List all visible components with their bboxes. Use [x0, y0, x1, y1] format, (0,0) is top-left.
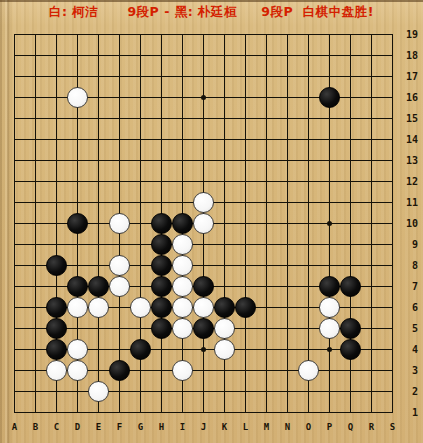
- col-label-D: D: [67, 422, 88, 432]
- stone-white-F8: [109, 255, 130, 276]
- row-label-14: 14: [396, 134, 418, 145]
- go-board-window: 白: 柯洁 9段P - 黑: 朴廷桓 9段P 白棋中盘胜! ABCDEFGHIJ…: [0, 0, 423, 443]
- col-label-M: M: [256, 422, 277, 432]
- row-label-16: 16: [396, 92, 418, 103]
- row-label-15: 15: [396, 113, 418, 124]
- row-label-3: 3: [396, 365, 418, 376]
- stone-black-E7: [88, 276, 109, 297]
- stone-white-P5: [319, 318, 340, 339]
- col-label-R: R: [361, 422, 382, 432]
- stone-black-C8: [46, 255, 67, 276]
- stone-black-Q7: [340, 276, 361, 297]
- row-label-7: 7: [396, 281, 418, 292]
- stone-black-P7: [319, 276, 340, 297]
- col-label-G: G: [130, 422, 151, 432]
- stone-white-I3: [172, 360, 193, 381]
- row-label-2: 2: [396, 386, 418, 397]
- board-wood-grain: [0, 0, 12, 443]
- stone-white-K4: [214, 339, 235, 360]
- stone-black-L6: [235, 297, 256, 318]
- row-label-4: 4: [396, 344, 418, 355]
- stone-white-D16: [67, 87, 88, 108]
- stone-white-E2: [88, 381, 109, 402]
- stone-white-D3: [67, 360, 88, 381]
- stone-white-G6: [130, 297, 151, 318]
- star-point: [201, 95, 206, 100]
- stone-white-I6: [172, 297, 193, 318]
- row-label-5: 5: [396, 323, 418, 334]
- row-label-19: 19: [396, 29, 418, 40]
- stone-white-F7: [109, 276, 130, 297]
- col-label-S: S: [382, 422, 403, 432]
- col-label-Q: Q: [340, 422, 361, 432]
- stone-black-H5: [151, 318, 172, 339]
- stone-white-I7: [172, 276, 193, 297]
- board-grid[interactable]: [14, 34, 393, 413]
- stone-black-J5: [193, 318, 214, 339]
- col-label-C: C: [46, 422, 67, 432]
- row-label-1: 1: [396, 407, 418, 418]
- stone-black-H7: [151, 276, 172, 297]
- row-label-13: 13: [396, 155, 418, 166]
- row-label-8: 8: [396, 260, 418, 271]
- stone-white-D6: [67, 297, 88, 318]
- col-label-E: E: [88, 422, 109, 432]
- stone-black-I10: [172, 213, 193, 234]
- stone-white-E6: [88, 297, 109, 318]
- stone-white-C3: [46, 360, 67, 381]
- stone-black-C5: [46, 318, 67, 339]
- stone-black-C6: [46, 297, 67, 318]
- col-label-F: F: [109, 422, 130, 432]
- stone-black-H9: [151, 234, 172, 255]
- row-label-17: 17: [396, 71, 418, 82]
- stone-white-J6: [193, 297, 214, 318]
- stone-white-I8: [172, 255, 193, 276]
- stone-white-P6: [319, 297, 340, 318]
- col-label-K: K: [214, 422, 235, 432]
- stone-white-K5: [214, 318, 235, 339]
- col-label-P: P: [319, 422, 340, 432]
- stone-black-Q5: [340, 318, 361, 339]
- stone-white-I5: [172, 318, 193, 339]
- star-point: [327, 221, 332, 226]
- col-label-I: I: [172, 422, 193, 432]
- stone-white-J10: [193, 213, 214, 234]
- row-label-10: 10: [396, 218, 418, 229]
- stone-black-K6: [214, 297, 235, 318]
- row-label-11: 11: [396, 197, 418, 208]
- stone-white-F10: [109, 213, 130, 234]
- stone-black-H10: [151, 213, 172, 234]
- row-label-18: 18: [396, 50, 418, 61]
- star-point: [327, 347, 332, 352]
- stone-black-C4: [46, 339, 67, 360]
- stone-black-H6: [151, 297, 172, 318]
- row-label-6: 6: [396, 302, 418, 313]
- game-info-header: 白: 柯洁 9段P - 黑: 朴廷桓 9段P 白棋中盘胜!: [0, 0, 423, 24]
- col-label-J: J: [193, 422, 214, 432]
- row-label-12: 12: [396, 176, 418, 187]
- stone-black-H8: [151, 255, 172, 276]
- stone-black-Q4: [340, 339, 361, 360]
- stone-black-P16: [319, 87, 340, 108]
- stone-black-D10: [67, 213, 88, 234]
- row-label-9: 9: [396, 239, 418, 250]
- col-label-A: A: [4, 422, 25, 432]
- col-label-O: O: [298, 422, 319, 432]
- stone-black-F3: [109, 360, 130, 381]
- stone-black-G4: [130, 339, 151, 360]
- stone-white-J11: [193, 192, 214, 213]
- col-label-B: B: [25, 422, 46, 432]
- star-point: [201, 347, 206, 352]
- stone-black-D7: [67, 276, 88, 297]
- stone-white-D4: [67, 339, 88, 360]
- col-label-N: N: [277, 422, 298, 432]
- col-label-H: H: [151, 422, 172, 432]
- col-label-L: L: [235, 422, 256, 432]
- stone-black-J7: [193, 276, 214, 297]
- stone-white-O3: [298, 360, 319, 381]
- stone-white-I9: [172, 234, 193, 255]
